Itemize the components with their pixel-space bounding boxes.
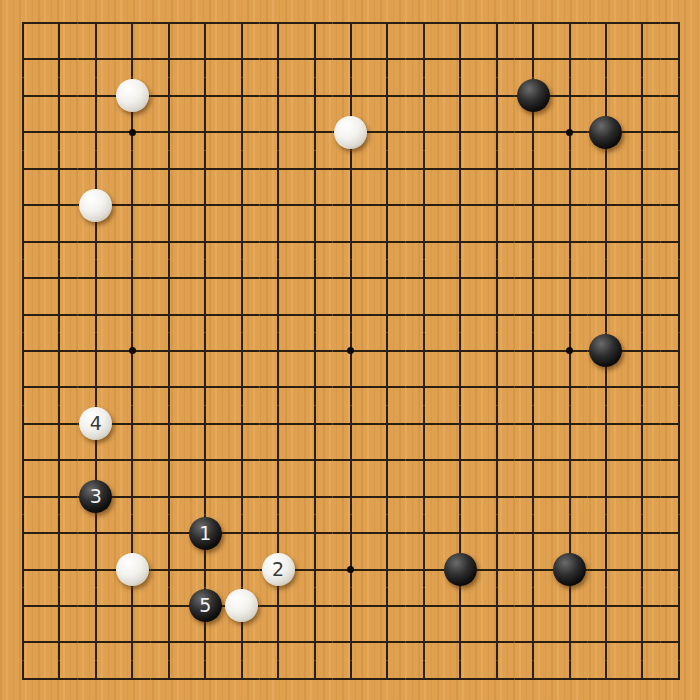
stone-black-move-3[interactable]: 3 xyxy=(79,480,112,513)
stone-black[interactable] xyxy=(517,79,550,112)
stone-white[interactable] xyxy=(116,553,149,586)
stone-white[interactable] xyxy=(225,589,258,622)
stone-white[interactable] xyxy=(334,116,367,149)
stone-black[interactable] xyxy=(553,553,586,586)
go-board[interactable]: 43125 xyxy=(0,0,700,700)
stone-white[interactable] xyxy=(116,79,149,112)
stone-white[interactable] xyxy=(79,189,112,222)
stone-white-move-4[interactable]: 4 xyxy=(79,407,112,440)
stone-black-move-5[interactable]: 5 xyxy=(189,589,222,622)
stone-black[interactable] xyxy=(444,553,477,586)
stone-white-move-2[interactable]: 2 xyxy=(262,553,295,586)
stones-layer: 43125 xyxy=(5,5,697,697)
stone-black-move-1[interactable]: 1 xyxy=(189,517,222,550)
stone-black[interactable] xyxy=(589,116,622,149)
stone-black[interactable] xyxy=(589,334,622,367)
